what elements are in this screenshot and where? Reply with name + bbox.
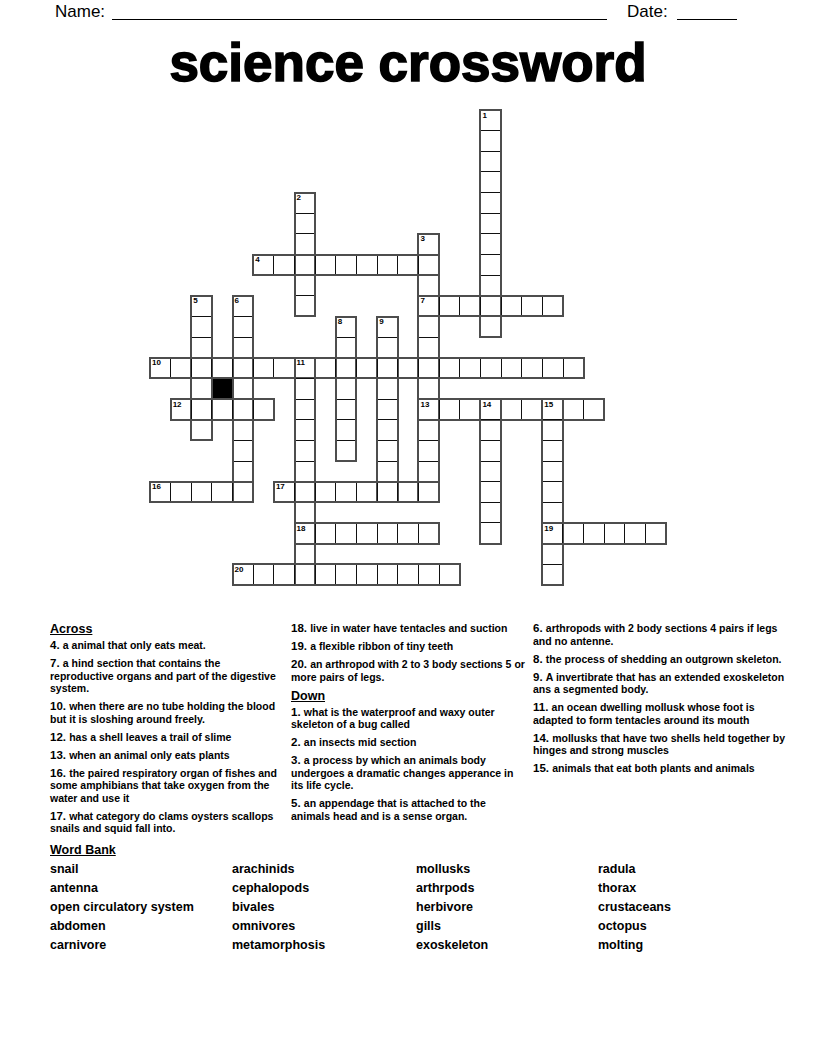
clue-1-down: 1. what is the waterproof and waxy outer… <box>291 706 525 731</box>
cell-border <box>315 483 316 502</box>
cell-border <box>439 400 440 419</box>
word-bank-item: herbivore <box>416 898 488 917</box>
word-bank-item: open circulatory system <box>50 898 194 917</box>
grid-number-4: 4 <box>255 256 259 264</box>
cell-border <box>296 399 315 400</box>
word-run-10-across[interactable] <box>149 357 585 380</box>
cell-border <box>296 295 315 296</box>
clue-11-down: 11. an ocean dwelling mollusk whose foot… <box>533 701 785 726</box>
word-bank-column-2: arachinidscephalopodsbivalesomnivoresmet… <box>232 860 325 955</box>
cell-border <box>439 359 440 378</box>
clue-section-header-down: Down <box>291 689 525 703</box>
grid-number-5: 5 <box>193 297 197 305</box>
cell-border <box>294 483 295 502</box>
cell-border <box>543 481 562 482</box>
word-bank-item: snail <box>50 860 194 879</box>
grid-number-16: 16 <box>152 483 161 491</box>
cell-border <box>377 524 378 543</box>
cell-border <box>501 297 502 316</box>
cell-border <box>170 483 171 502</box>
clue-number-label: 20. <box>291 658 310 670</box>
clue-3-down: 3. a process by which an animals body un… <box>291 754 525 792</box>
word-bank-item: carnivore <box>50 936 194 955</box>
cell-border <box>211 400 212 419</box>
word-run-14-down[interactable] <box>479 398 502 545</box>
clue-number-label: 19. <box>291 640 310 652</box>
clue-number-label: 4. <box>50 639 63 651</box>
word-bank-item: mollusks <box>416 860 488 879</box>
cell-border <box>253 400 254 419</box>
clue-5-down: 5. an appendage that is attached to the … <box>291 797 525 822</box>
cell-border <box>481 275 500 276</box>
word-bank-item: thorax <box>598 879 671 898</box>
cell-border <box>191 400 192 419</box>
clue-column-2: 18. live in water have tentacles and suc… <box>291 622 525 828</box>
word-bank-column-4: radulathoraxcrustaceansoctopusmolting <box>598 860 671 955</box>
cell-border <box>418 256 419 275</box>
cell-border <box>296 213 315 214</box>
clue-15-down: 15. animals that eat both plants and ani… <box>533 762 785 775</box>
word-run-12-across[interactable] <box>170 398 275 421</box>
word-run-8-down[interactable] <box>335 316 358 463</box>
cell-border <box>481 171 500 172</box>
grid-number-3: 3 <box>420 235 424 243</box>
grid-number-2: 2 <box>297 194 301 202</box>
word-bank-item: bivales <box>232 898 325 917</box>
cell-border <box>296 440 315 441</box>
cell-border <box>335 256 336 275</box>
cell-border <box>418 359 419 378</box>
cell-border <box>273 256 274 275</box>
clue-number-label: 11. <box>533 701 552 713</box>
cell-border <box>543 440 562 441</box>
cell-border <box>418 483 419 502</box>
clue-number-label: 5. <box>291 797 304 809</box>
cell-border <box>234 337 253 338</box>
word-bank-column-1: snailantennaopen circulatory systemabdom… <box>50 860 194 955</box>
cell-border <box>192 316 211 317</box>
cell-border <box>543 502 562 503</box>
grid-number-7: 7 <box>420 297 424 305</box>
cell-border <box>296 378 315 379</box>
cell-border <box>542 297 543 316</box>
cell-border <box>481 461 500 462</box>
cell-border <box>583 400 584 419</box>
cell-border <box>234 316 253 317</box>
clue-number-label: 15. <box>533 762 552 774</box>
word-run-11-down[interactable] <box>294 357 317 586</box>
date-input-line[interactable] <box>677 2 737 20</box>
word-bank-item: exoskeleton <box>416 936 488 955</box>
clue-column-3: 6. arthropods with 2 body sections 4 pai… <box>533 622 785 780</box>
cell-border <box>645 524 646 543</box>
clue-number-label: 6. <box>533 622 546 634</box>
grid-number-6: 6 <box>235 297 239 305</box>
clue-6-down: 6. arthropods with 2 body sections 4 pai… <box>533 622 785 647</box>
cell-border <box>232 359 233 378</box>
cell-border <box>378 419 397 420</box>
clue-10-across: 10. when there are no tube holding the b… <box>50 700 283 725</box>
cell-border <box>337 419 356 420</box>
cell-border <box>480 297 481 316</box>
grid-number-20: 20 <box>235 566 244 574</box>
cell-border <box>377 483 378 502</box>
clue-number-label: 13. <box>50 749 69 761</box>
cell-border <box>459 400 460 419</box>
cell-border <box>377 256 378 275</box>
cell-border <box>337 440 356 441</box>
cell-border <box>501 359 502 378</box>
cell-border <box>543 419 562 420</box>
cell-border <box>521 297 522 316</box>
grid-number-11: 11 <box>297 359 305 367</box>
word-run-13-across[interactable] <box>417 398 605 421</box>
word-run-15-down[interactable] <box>541 398 564 586</box>
word-bank-item: arachinids <box>232 860 325 879</box>
clue-14-down: 14. mollusks that have two shells held t… <box>533 732 785 757</box>
word-run-19-across[interactable] <box>541 522 667 545</box>
cell-border <box>273 565 274 584</box>
clue-number-label: 17. <box>50 810 69 822</box>
cell-border <box>356 483 357 502</box>
cell-border <box>253 359 254 378</box>
cell-border <box>604 524 605 543</box>
word-bank-item: radula <box>598 860 671 879</box>
cell-border <box>481 481 500 482</box>
grid-number-15: 15 <box>544 401 553 409</box>
word-bank-item: arthrpods <box>416 879 488 898</box>
word-run-20-across[interactable] <box>232 563 461 586</box>
clue-17-across: 17. what category do clams oysters scall… <box>50 810 283 835</box>
cell-border <box>335 524 336 543</box>
cell-border <box>624 524 625 543</box>
cell-border <box>335 359 336 378</box>
cell-border <box>294 256 295 275</box>
cell-border <box>481 254 500 255</box>
name-input-line[interactable] <box>112 2 607 20</box>
cell-border <box>459 297 460 316</box>
clue-16-across: 16. the paired respiratory organ of fish… <box>50 767 283 805</box>
cell-border <box>356 524 357 543</box>
clue-number-label: 10. <box>50 700 69 712</box>
clue-4-across: 4. a animal that only eats meat. <box>50 639 283 652</box>
cell-border <box>211 483 212 502</box>
word-bank-item: crustaceans <box>598 898 671 917</box>
word-run-18-across[interactable] <box>294 522 441 545</box>
word-bank-item: molting <box>598 936 671 955</box>
cell-border <box>315 524 316 543</box>
cell-border <box>356 565 357 584</box>
clue-13-across: 13. when an animal only eats plants <box>50 749 283 762</box>
cell-border <box>232 483 233 502</box>
cell-border <box>234 461 253 462</box>
word-run-16-across[interactable] <box>149 481 254 504</box>
cell-border <box>481 192 500 193</box>
clue-number-label: 9. <box>533 671 546 683</box>
cell-border <box>356 359 357 378</box>
cell-border <box>191 483 192 502</box>
cell-border <box>315 256 316 275</box>
clue-2-down: 2. an insects mid section <box>291 736 525 749</box>
clue-number-label: 2. <box>291 736 304 748</box>
cell-border <box>439 565 440 584</box>
clue-7-across: 7. a hind section that contains the repr… <box>50 657 283 695</box>
clue-number-label: 8. <box>533 653 546 665</box>
name-label: Name: <box>55 2 105 22</box>
clue-8-down: 8. the process of shedding an outgrown s… <box>533 653 785 666</box>
grid-number-19: 19 <box>544 525 553 533</box>
grid-number-14: 14 <box>482 401 491 409</box>
grid-number-8: 8 <box>338 318 342 326</box>
cell-border <box>296 233 315 234</box>
cell-border <box>335 565 336 584</box>
cell-border <box>191 359 192 378</box>
cell-border <box>315 565 316 584</box>
cell-border <box>377 359 378 378</box>
cell-border <box>481 233 500 234</box>
clue-9-down: 9. A invertibrate that has an extended e… <box>533 671 785 696</box>
cell-border <box>419 461 438 462</box>
cell-border <box>296 419 315 420</box>
word-bank-item: antenna <box>50 879 194 898</box>
cell-border <box>583 524 584 543</box>
word-bank-column-3: mollusksarthrpodsherbivoregillsexoskelet… <box>416 860 488 955</box>
cell-border <box>481 130 500 131</box>
grid-number-13: 13 <box>420 401 429 409</box>
cell-border <box>481 213 500 214</box>
word-bank-item: cephalopods <box>232 879 325 898</box>
cell-border <box>294 565 295 584</box>
word-run-7-across[interactable] <box>417 295 564 318</box>
cell-border <box>562 524 563 543</box>
word-run-4-across[interactable] <box>252 254 440 277</box>
cell-border <box>481 440 500 441</box>
cell-border <box>397 359 398 378</box>
cell-border <box>521 400 522 419</box>
page-title: science crossword <box>0 36 816 89</box>
cell-border <box>378 461 397 462</box>
cell-border <box>232 400 233 419</box>
clue-19-across: 19. a flexible ribbon of tiny teeth <box>291 640 525 653</box>
clue-20-across: 20. an arthropod with 2 to 3 body sectio… <box>291 658 525 683</box>
clue-number-label: 3. <box>291 754 304 766</box>
cell-border <box>356 256 357 275</box>
cell-border <box>170 359 171 378</box>
cell-border <box>459 359 460 378</box>
grid-number-1: 1 <box>482 112 486 120</box>
cell-border <box>335 483 336 502</box>
cell-border <box>543 461 562 462</box>
cell-border <box>273 359 274 378</box>
cell-border <box>397 256 398 275</box>
crossword-board: 1234567891011121314151617181920 <box>150 110 666 585</box>
cell-border <box>418 565 419 584</box>
cell-border <box>397 565 398 584</box>
cell-border <box>378 337 397 338</box>
cell-border <box>337 399 356 400</box>
cell-border <box>419 337 438 338</box>
grid-number-17: 17 <box>276 483 285 491</box>
date-label: Date: <box>627 2 668 22</box>
word-bank-item: octopus <box>598 917 671 936</box>
word-bank-header: Word Bank <box>50 843 116 857</box>
word-bank-item: abdomen <box>50 917 194 936</box>
clue-number-label: 16. <box>50 767 69 779</box>
worksheet-page: Name: Date: science crossword 1234567891… <box>0 0 816 1056</box>
black-cell <box>212 378 233 399</box>
word-bank-item: gills <box>416 917 488 936</box>
word-bank-item: omnivores <box>232 917 325 936</box>
cell-border <box>378 399 397 400</box>
word-run-9-down[interactable] <box>376 316 399 504</box>
cell-border <box>211 359 212 378</box>
cell-border <box>481 522 500 523</box>
grid-number-18: 18 <box>297 525 306 533</box>
clue-number-label: 12. <box>50 731 69 743</box>
clue-section-header-across: Across <box>50 622 283 636</box>
clue-number-label: 18. <box>291 622 310 634</box>
cell-border <box>480 359 481 378</box>
cell-border <box>439 297 440 316</box>
grid-number-12: 12 <box>173 401 182 409</box>
cell-border <box>377 565 378 584</box>
cell-border <box>378 440 397 441</box>
word-bank-item: metamorphosis <box>232 936 325 955</box>
cell-border <box>543 564 562 565</box>
cell-border <box>481 502 500 503</box>
cell-border <box>481 151 500 152</box>
cell-border <box>481 419 500 420</box>
clue-number-label: 14. <box>533 732 552 744</box>
cell-border <box>419 440 438 441</box>
cell-border <box>418 524 419 543</box>
cell-border <box>337 337 356 338</box>
grid-number-10: 10 <box>152 359 161 367</box>
clue-12-across: 12. has a shell leaves a trail of slime <box>50 731 283 744</box>
cell-border <box>296 461 315 462</box>
word-run-17-across[interactable] <box>273 481 440 504</box>
clue-column-1: Across4. a animal that only eats meat.7.… <box>50 622 283 840</box>
cell-border <box>563 359 564 378</box>
clue-number-label: 7. <box>50 657 63 669</box>
grid-number-9: 9 <box>379 318 383 326</box>
cell-border <box>397 483 398 502</box>
cell-border <box>234 440 253 441</box>
clue-18-across: 18. live in water have tentacles and suc… <box>291 622 525 635</box>
clue-number-label: 1. <box>291 706 304 718</box>
cell-border <box>192 337 211 338</box>
cell-border <box>542 359 543 378</box>
cell-border <box>397 524 398 543</box>
cell-border <box>521 359 522 378</box>
cell-border <box>253 565 254 584</box>
